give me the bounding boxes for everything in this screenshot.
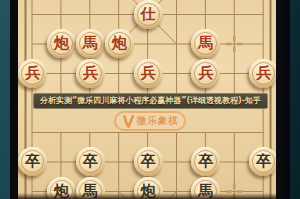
- piece-red-soldier[interactable]: 兵: [18, 59, 47, 88]
- piece-character: 兵: [256, 65, 271, 80]
- piece-character: 兵: [198, 65, 213, 80]
- piece-character: 馬: [198, 36, 213, 51]
- piece-character: 兵: [25, 65, 40, 80]
- piece-red-cannon[interactable]: 炮: [105, 29, 134, 58]
- piece-red-soldier[interactable]: 兵: [76, 59, 105, 88]
- piece-character: 兵: [83, 65, 98, 80]
- piece-character: 卒: [83, 154, 98, 169]
- piece-character: 卒: [256, 154, 271, 169]
- piece-black-soldier[interactable]: 卒: [134, 147, 163, 176]
- piece-red-horse[interactable]: 馬: [76, 29, 105, 58]
- piece-character: 炮: [54, 36, 69, 51]
- piece-character: 炮: [141, 183, 156, 198]
- piece-character: 馬: [83, 183, 98, 198]
- piece-black-soldier[interactable]: 卒: [191, 147, 220, 176]
- v-hand-gesture-icon: [122, 115, 135, 128]
- piece-black-cannon[interactable]: 炮: [47, 177, 76, 199]
- watermark-text: 微乐象棋: [137, 114, 179, 128]
- piece-black-cannon[interactable]: 炮: [134, 177, 163, 199]
- piece-character: 卒: [141, 154, 156, 169]
- piece-red-horse[interactable]: 馬: [191, 29, 220, 58]
- piece-red-soldier[interactable]: 兵: [249, 59, 276, 88]
- piece-red-soldier[interactable]: 兵: [134, 59, 163, 88]
- piece-character: 兵: [141, 65, 156, 80]
- piece-black-soldier[interactable]: 卒: [249, 147, 276, 176]
- piece-black-horse[interactable]: 馬: [76, 177, 105, 199]
- piece-character: 卒: [25, 154, 40, 169]
- piece-character: 馬: [198, 183, 213, 198]
- piece-character: 仕: [141, 6, 156, 21]
- river-watermark-logo: 微乐象棋: [114, 111, 186, 131]
- piece-black-soldier[interactable]: 卒: [76, 147, 105, 176]
- piece-character: 馬: [83, 36, 98, 51]
- piece-character: 炮: [112, 36, 127, 51]
- piece-black-horse[interactable]: 馬: [191, 177, 220, 199]
- piece-character: 卒: [198, 154, 213, 169]
- piece-red-cannon[interactable]: 炮: [47, 29, 76, 58]
- xiangqi-app-screenshot: 仕炮馬炮馬兵兵兵兵兵卒卒卒卒卒炮馬炮馬 分析实测“微乐四川麻将小程序必赢神器”(…: [0, 0, 300, 199]
- piece-red-advisor[interactable]: 仕: [134, 0, 163, 29]
- piece-black-soldier[interactable]: 卒: [18, 147, 47, 176]
- piece-red-soldier[interactable]: 兵: [191, 59, 220, 88]
- piece-character: 炮: [54, 183, 69, 198]
- overlay-spam-banner: 分析实测“微乐四川麻将小程序必赢神器”(详细透视教程)-知乎: [33, 93, 268, 109]
